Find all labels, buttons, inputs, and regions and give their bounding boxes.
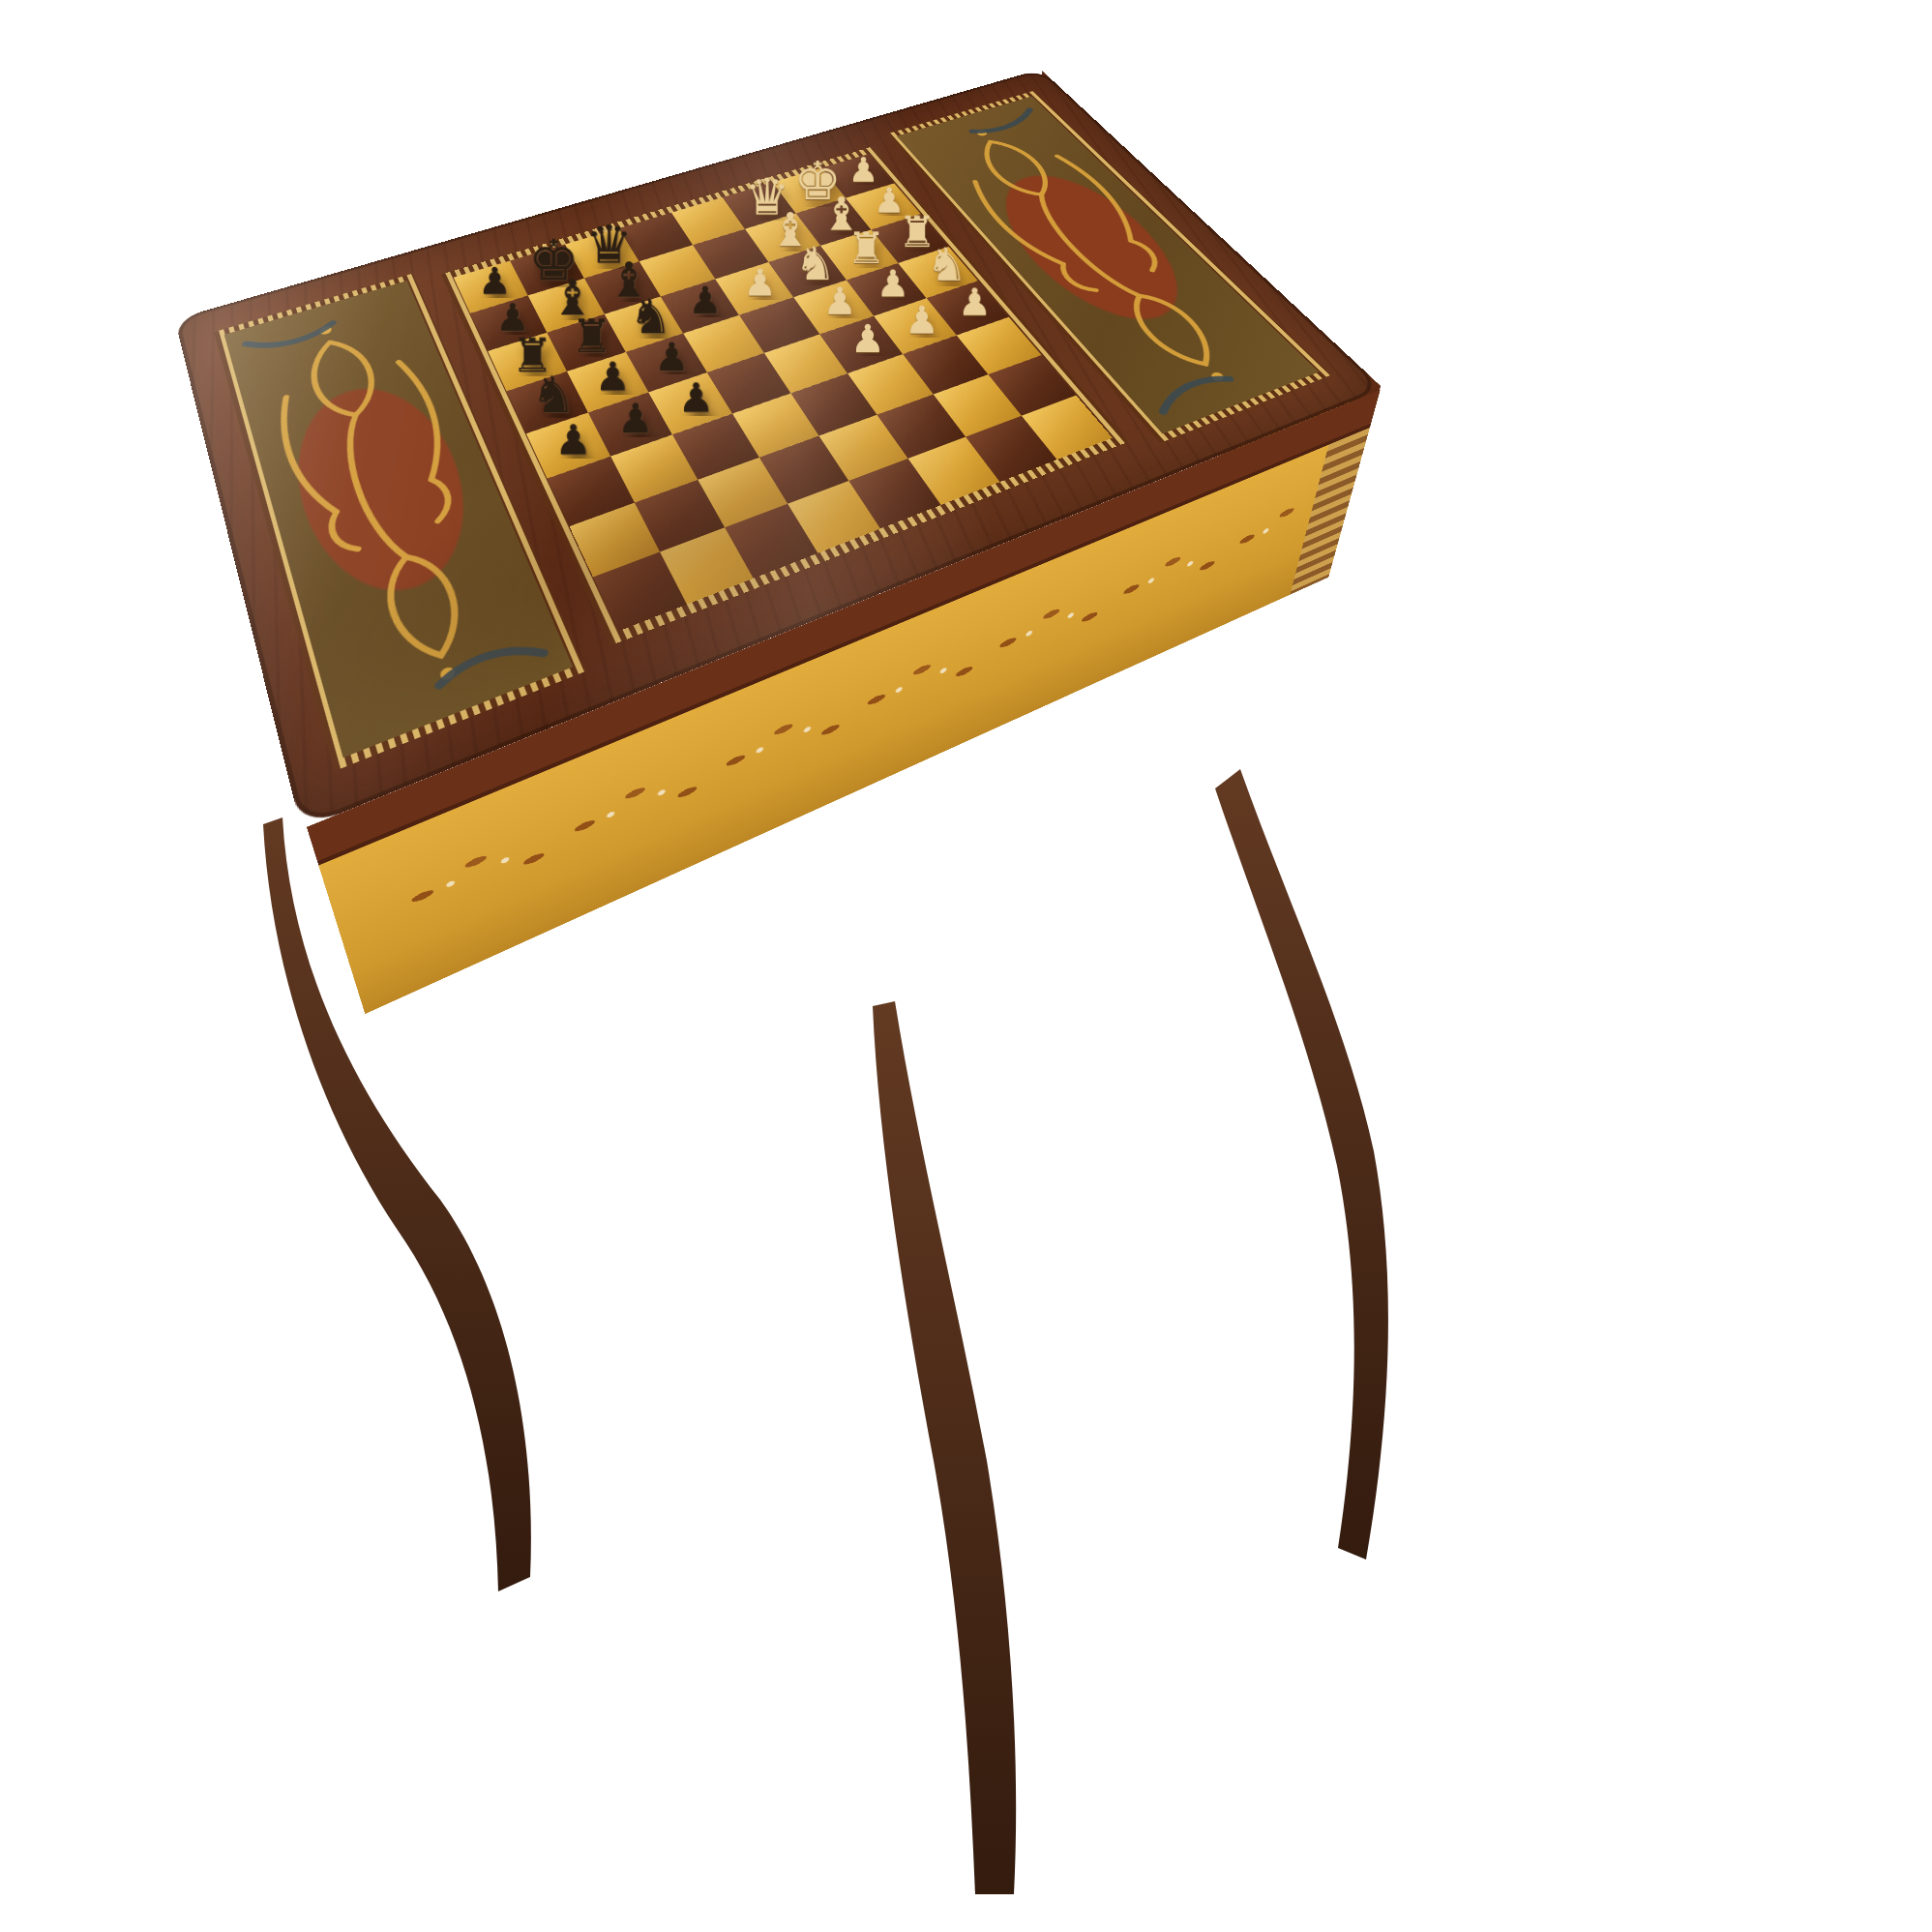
square-d5[interactable] [683,315,764,372]
piece-white-pawn[interactable]: ♟ [850,319,885,358]
piece-white-pawn[interactable]: ♟ [743,264,776,301]
square-a4[interactable]: ♟ [526,413,610,479]
piece-white-pawn[interactable]: ♟ [877,265,909,302]
chess-table: ♟♚♛♛♚♟♟♝♝♝♝♟♜♜♞♟♟♞♜♜♞♟♟♟♟♞♟♟♟♟♟♟ [58,0,1509,1209]
piece-black-pawn[interactable]: ♟ [595,356,631,396]
tabletop: ♟♚♛♛♚♟♟♝♝♝♝♟♜♜♞♟♟♞♜♜♞♟♟♟♟♞♟♟♟♟♟♟ [175,69,1384,829]
piece-white-pawn[interactable]: ♟ [958,283,992,321]
piece-black-pawn[interactable]: ♟ [678,377,714,418]
product-photo: ♟♚♛♛♚♟♟♝♝♝♝♟♜♜♞♟♟♞♜♜♞♟♟♟♟♞♟♟♟♟♟♟ [0,0,1932,1932]
square-h3[interactable] [957,317,1042,374]
piece-black-pawn[interactable]: ♟ [689,282,723,319]
square-d4[interactable] [707,353,790,414]
piece-black-knight[interactable]: ♞ [530,370,576,420]
piece-black-pawn[interactable]: ♟ [654,338,689,377]
square-h1[interactable] [1022,396,1113,460]
piece-black-pawn[interactable]: ♟ [617,398,654,438]
piece-black-rook[interactable]: ♜ [572,312,613,359]
piece-white-pawn[interactable]: ♟ [823,282,857,320]
square-g2[interactable] [934,374,1022,437]
piece-black-pawn[interactable]: ♟ [478,262,511,299]
piece-white-pawn[interactable]: ♟ [905,301,938,339]
piece-black-pawn[interactable]: ♟ [554,419,591,461]
